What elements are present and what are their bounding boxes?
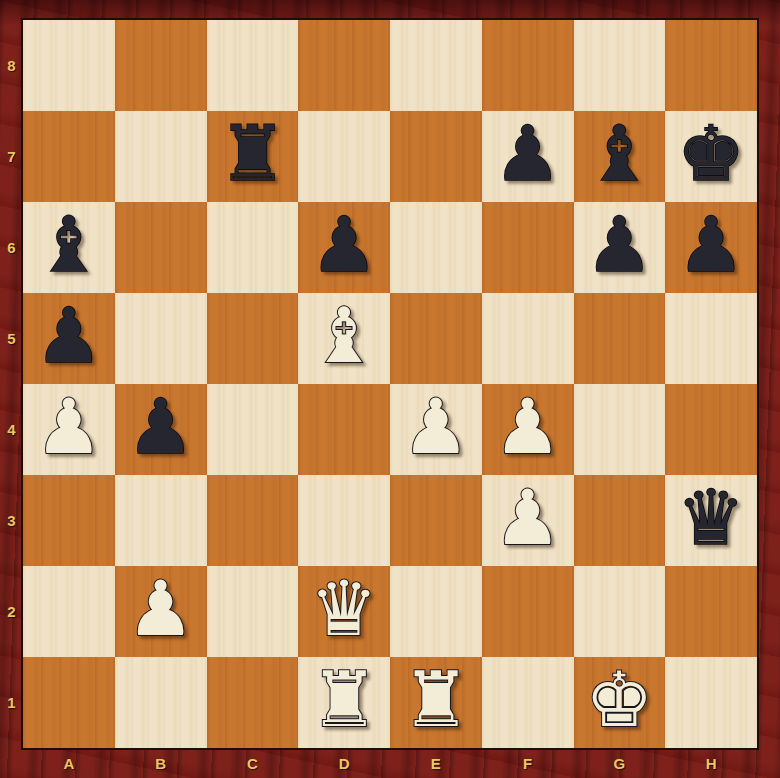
square-h7[interactable]: ♚	[665, 111, 757, 202]
rank-label-4: 4	[0, 384, 23, 475]
white-pawn: ♟	[402, 389, 470, 465]
square-d6[interactable]: ♟	[298, 202, 390, 293]
square-b7[interactable]	[115, 111, 207, 202]
file-label-b: B	[115, 748, 207, 778]
white-rook: ♜	[402, 662, 470, 738]
rank-label-1: 1	[0, 657, 23, 748]
square-c1[interactable]	[207, 657, 299, 748]
square-a5[interactable]: ♟	[23, 293, 115, 384]
square-c5[interactable]	[207, 293, 299, 384]
square-h2[interactable]	[665, 566, 757, 657]
black-pawn: ♟	[494, 116, 562, 192]
file-label-d: D	[298, 748, 390, 778]
file-label-c: C	[207, 748, 299, 778]
square-d8[interactable]	[298, 20, 390, 111]
file-labels: ABCDEFGH	[23, 748, 757, 778]
square-b1[interactable]	[115, 657, 207, 748]
square-e2[interactable]	[390, 566, 482, 657]
square-d5[interactable]: ♝	[298, 293, 390, 384]
square-e7[interactable]	[390, 111, 482, 202]
white-rook: ♜	[310, 662, 378, 738]
square-e5[interactable]	[390, 293, 482, 384]
square-h3[interactable]: ♛	[665, 475, 757, 566]
rank-label-6: 6	[0, 202, 23, 293]
square-f2[interactable]	[482, 566, 574, 657]
square-f6[interactable]	[482, 202, 574, 293]
file-label-e: E	[390, 748, 482, 778]
square-b5[interactable]	[115, 293, 207, 384]
square-e1[interactable]: ♜	[390, 657, 482, 748]
white-queen: ♛	[310, 571, 378, 647]
square-d1[interactable]: ♜	[298, 657, 390, 748]
square-g5[interactable]	[574, 293, 666, 384]
white-pawn: ♟	[494, 480, 562, 556]
black-queen: ♛	[677, 480, 745, 556]
file-label-a: A	[23, 748, 115, 778]
square-e8[interactable]	[390, 20, 482, 111]
square-g8[interactable]	[574, 20, 666, 111]
square-a4[interactable]: ♟	[23, 384, 115, 475]
chess-board: ♜♟♝♚♝♟♟♟♟♝♟♟♟♟♟♛♟♛♜♜♚	[23, 20, 757, 748]
square-a7[interactable]	[23, 111, 115, 202]
black-king: ♚	[677, 116, 745, 192]
white-king: ♚	[585, 662, 653, 738]
square-a6[interactable]: ♝	[23, 202, 115, 293]
square-g2[interactable]	[574, 566, 666, 657]
square-d2[interactable]: ♛	[298, 566, 390, 657]
black-pawn: ♟	[677, 207, 745, 283]
square-h5[interactable]	[665, 293, 757, 384]
square-h4[interactable]	[665, 384, 757, 475]
square-f4[interactable]: ♟	[482, 384, 574, 475]
square-h1[interactable]	[665, 657, 757, 748]
square-f8[interactable]	[482, 20, 574, 111]
file-label-g: G	[574, 748, 666, 778]
black-pawn: ♟	[310, 207, 378, 283]
square-g1[interactable]: ♚	[574, 657, 666, 748]
square-c4[interactable]	[207, 384, 299, 475]
square-a2[interactable]	[23, 566, 115, 657]
black-bishop: ♝	[35, 207, 103, 283]
square-d3[interactable]	[298, 475, 390, 566]
black-bishop: ♝	[585, 116, 653, 192]
square-d7[interactable]	[298, 111, 390, 202]
square-e3[interactable]	[390, 475, 482, 566]
square-a1[interactable]	[23, 657, 115, 748]
square-a3[interactable]	[23, 475, 115, 566]
square-b2[interactable]: ♟	[115, 566, 207, 657]
square-e4[interactable]: ♟	[390, 384, 482, 475]
square-c7[interactable]: ♜	[207, 111, 299, 202]
white-pawn: ♟	[494, 389, 562, 465]
white-pawn: ♟	[127, 571, 195, 647]
square-h8[interactable]	[665, 20, 757, 111]
square-g4[interactable]	[574, 384, 666, 475]
square-g7[interactable]: ♝	[574, 111, 666, 202]
black-pawn: ♟	[127, 389, 195, 465]
square-a8[interactable]	[23, 20, 115, 111]
square-c3[interactable]	[207, 475, 299, 566]
rank-label-3: 3	[0, 475, 23, 566]
square-c6[interactable]	[207, 202, 299, 293]
white-bishop: ♝	[310, 298, 378, 374]
black-rook: ♜	[218, 116, 286, 192]
square-g3[interactable]	[574, 475, 666, 566]
white-pawn: ♟	[35, 389, 103, 465]
square-f1[interactable]	[482, 657, 574, 748]
square-f7[interactable]: ♟	[482, 111, 574, 202]
rank-labels: 87654321	[0, 20, 23, 748]
square-g6[interactable]: ♟	[574, 202, 666, 293]
square-e6[interactable]	[390, 202, 482, 293]
square-h6[interactable]: ♟	[665, 202, 757, 293]
rank-label-8: 8	[0, 20, 23, 111]
square-b6[interactable]	[115, 202, 207, 293]
board-frame: 87654321 ABCDEFGH ♜♟♝♚♝♟♟♟♟♝♟♟♟♟♟♛♟♛♜♜♚	[0, 0, 780, 778]
square-c8[interactable]	[207, 20, 299, 111]
square-f5[interactable]	[482, 293, 574, 384]
file-label-h: H	[665, 748, 757, 778]
rank-label-5: 5	[0, 293, 23, 384]
rank-label-2: 2	[0, 566, 23, 657]
rank-label-7: 7	[0, 111, 23, 202]
square-b4[interactable]: ♟	[115, 384, 207, 475]
square-c2[interactable]	[207, 566, 299, 657]
black-pawn: ♟	[35, 298, 103, 374]
square-f3[interactable]: ♟	[482, 475, 574, 566]
black-pawn: ♟	[585, 207, 653, 283]
square-b8[interactable]	[115, 20, 207, 111]
file-label-f: F	[482, 748, 574, 778]
square-b3[interactable]	[115, 475, 207, 566]
square-d4[interactable]	[298, 384, 390, 475]
